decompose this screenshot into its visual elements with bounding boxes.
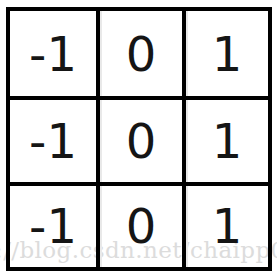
grid-cell-r2c2: 0 [96,96,182,181]
grid-cell-r1c3: 1 [182,11,268,96]
kernel-grid: -1 0 1 -1 0 1 -1 0 1 [6,7,272,271]
grid-cell-r3c3: 1 [182,182,268,267]
grid-cell-r2c3: 1 [182,96,268,181]
grid-cell-r3c1: -1 [10,182,96,267]
grid-cell-r2c1: -1 [10,96,96,181]
grid-cell-r3c2: 0 [96,182,182,267]
grid-cell-r1c2: 0 [96,11,182,96]
grid-cell-r1c1: -1 [10,11,96,96]
